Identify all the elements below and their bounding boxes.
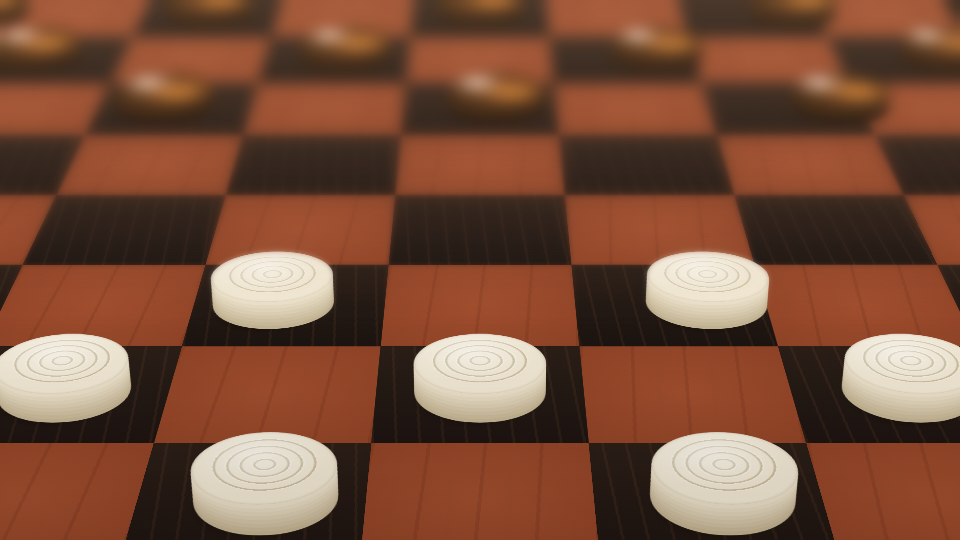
white-checker-piece[interactable]	[571, 265, 778, 347]
dark-board-square[interactable]	[226, 135, 401, 195]
white-checker-piece[interactable]	[778, 346, 960, 443]
light-board-square[interactable]	[579, 346, 806, 443]
dark-board-square[interactable]	[258, 37, 410, 83]
dark-checker-piece[interactable]	[702, 83, 875, 135]
dark-board-square[interactable]	[589, 443, 840, 540]
light-board-square[interactable]	[154, 346, 381, 443]
dark-checker-piece[interactable]	[258, 37, 410, 83]
light-board-square[interactable]	[717, 135, 904, 195]
light-board-square[interactable]	[806, 443, 960, 540]
dark-board-square[interactable]	[85, 83, 258, 135]
light-board-square[interactable]	[754, 265, 960, 347]
light-board-square[interactable]	[360, 443, 600, 540]
dark-board-square[interactable]	[702, 83, 875, 135]
dark-checker-piece[interactable]	[85, 83, 258, 135]
light-board-square[interactable]	[243, 83, 406, 135]
light-board-square[interactable]	[395, 135, 565, 195]
dark-board-square[interactable]	[549, 37, 701, 83]
dark-board-square[interactable]	[0, 346, 182, 443]
dark-board-square[interactable]	[571, 265, 778, 347]
dark-board-square[interactable]	[778, 346, 960, 443]
dark-board-square[interactable]	[371, 346, 588, 443]
checkers-board	[0, 0, 960, 540]
dark-board-square[interactable]	[734, 195, 937, 265]
white-checker-piece[interactable]	[0, 346, 182, 443]
dark-board-square[interactable]	[120, 443, 371, 540]
dark-board-square[interactable]	[401, 83, 559, 135]
light-board-square[interactable]	[56, 135, 243, 195]
dark-board-square[interactable]	[389, 195, 572, 265]
white-checker-piece[interactable]	[120, 443, 371, 540]
dark-board-square[interactable]	[23, 195, 226, 265]
dark-board-square[interactable]	[182, 265, 389, 347]
dark-board-square[interactable]	[411, 0, 550, 37]
dark-checker-piece[interactable]	[401, 83, 559, 135]
dark-checker-piece[interactable]	[411, 0, 550, 37]
dark-board-square[interactable]	[677, 0, 828, 37]
checkers-photo-frame	[0, 0, 960, 540]
dark-board-square[interactable]	[559, 135, 734, 195]
light-board-square[interactable]	[554, 83, 717, 135]
dark-board-square[interactable]	[133, 0, 284, 37]
light-board-square[interactable]	[0, 265, 206, 347]
white-checker-piece[interactable]	[182, 265, 389, 347]
dark-checker-piece[interactable]	[133, 0, 284, 37]
dark-checker-piece[interactable]	[549, 37, 701, 83]
white-checker-piece[interactable]	[589, 443, 840, 540]
white-checker-piece[interactable]	[371, 346, 588, 443]
dark-checker-piece[interactable]	[677, 0, 828, 37]
